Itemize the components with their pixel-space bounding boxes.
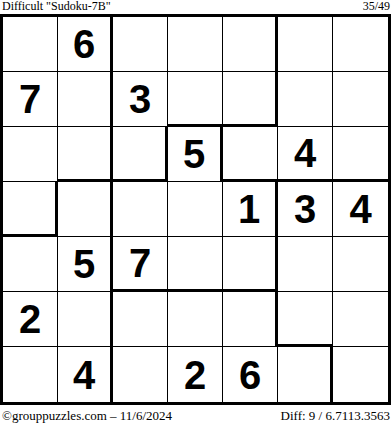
cell-r6c4[interactable] <box>168 292 223 347</box>
cell-r6c7[interactable] <box>333 292 388 347</box>
cell-r4c6[interactable]: 3 <box>278 182 333 237</box>
cell-r6c6[interactable] <box>278 292 333 347</box>
puzzle-counter: 35/49 <box>363 0 390 13</box>
cell-r1c7[interactable] <box>333 17 388 72</box>
cell-r1c5[interactable] <box>223 17 278 72</box>
cell-r5c3[interactable]: 7 <box>113 237 168 292</box>
header: Difficult "Sudoku-7B" 35/49 <box>0 0 391 14</box>
cell-r7c1[interactable] <box>3 347 58 402</box>
cell-r7c7[interactable] <box>333 347 388 402</box>
footer-copyright: ©grouppuzzles.com – 11/6/2024 <box>2 409 172 423</box>
cell-r7c4[interactable]: 2 <box>168 347 223 402</box>
cell-r5c4[interactable] <box>168 237 223 292</box>
cell-r7c6[interactable] <box>278 347 333 402</box>
page-title: Difficult "Sudoku-7B" <box>2 0 111 13</box>
cell-r6c2[interactable] <box>58 292 113 347</box>
cell-r2c6[interactable] <box>278 72 333 127</box>
cell-r2c4[interactable] <box>168 72 223 127</box>
cell-r4c2[interactable] <box>58 182 113 237</box>
cell-r6c5[interactable] <box>223 292 278 347</box>
cell-r1c2[interactable]: 6 <box>58 17 113 72</box>
cell-r3c5[interactable] <box>223 127 278 182</box>
cell-r2c3[interactable]: 3 <box>113 72 168 127</box>
cell-r3c2[interactable] <box>58 127 113 182</box>
cell-r5c5[interactable] <box>223 237 278 292</box>
cell-r3c4[interactable]: 5 <box>168 127 223 182</box>
cell-r5c2[interactable]: 5 <box>58 237 113 292</box>
cell-r5c6[interactable] <box>278 237 333 292</box>
cell-r7c2[interactable]: 4 <box>58 347 113 402</box>
footer-difficulty: Diff: 9 / 6.7113.3563 <box>281 409 390 423</box>
cell-r3c1[interactable] <box>3 127 58 182</box>
footer: ©grouppuzzles.com – 11/6/2024 Diff: 9 / … <box>0 405 391 423</box>
cell-r4c5[interactable]: 1 <box>223 182 278 237</box>
cell-r7c3[interactable] <box>113 347 168 402</box>
cell-r7c5[interactable]: 6 <box>223 347 278 402</box>
cell-r5c1[interactable] <box>3 237 58 292</box>
cell-r4c1[interactable] <box>3 182 58 237</box>
cell-r1c1[interactable] <box>3 17 58 72</box>
cell-r2c1[interactable]: 7 <box>3 72 58 127</box>
cell-r1c4[interactable] <box>168 17 223 72</box>
cell-r6c3[interactable] <box>113 292 168 347</box>
cell-r6c1[interactable]: 2 <box>3 292 58 347</box>
cell-r5c7[interactable] <box>333 237 388 292</box>
cell-r4c4[interactable] <box>168 182 223 237</box>
sudoku-board: 67354134572426 <box>0 14 391 405</box>
cell-r3c3[interactable] <box>113 127 168 182</box>
cell-r2c7[interactable] <box>333 72 388 127</box>
cell-r2c2[interactable] <box>58 72 113 127</box>
cell-r1c6[interactable] <box>278 17 333 72</box>
cell-r2c5[interactable] <box>223 72 278 127</box>
cell-r1c3[interactable] <box>113 17 168 72</box>
cell-r4c7[interactable]: 4 <box>333 182 388 237</box>
cell-r3c7[interactable] <box>333 127 388 182</box>
cell-r4c3[interactable] <box>113 182 168 237</box>
cell-r3c6[interactable]: 4 <box>278 127 333 182</box>
